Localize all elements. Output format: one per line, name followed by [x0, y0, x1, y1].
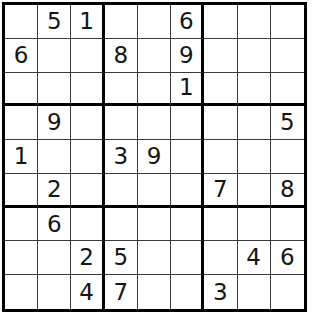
cell-r5c2[interactable] [38, 140, 71, 174]
cell-r3c6[interactable]: 1 [171, 73, 204, 107]
cell-r8c8[interactable]: 4 [238, 241, 271, 275]
cell-r8c2[interactable] [38, 241, 71, 275]
cell-r6c2[interactable]: 2 [38, 174, 71, 208]
cell-r9c6[interactable] [171, 275, 204, 309]
cell-r5c8[interactable] [238, 140, 271, 174]
cell-r8c7[interactable] [204, 241, 237, 275]
cell-r5c4[interactable]: 3 [105, 140, 138, 174]
sudoku-board: 51668919513927862546473 [2, 2, 307, 312]
cell-r2c4[interactable]: 8 [105, 39, 138, 73]
cell-r1c1[interactable] [5, 5, 38, 39]
cell-r4c1[interactable] [5, 106, 38, 140]
cell-r6c7[interactable]: 7 [204, 174, 237, 208]
cell-r3c4[interactable] [105, 73, 138, 107]
cell-r1c3[interactable]: 1 [71, 5, 104, 39]
cell-r2c3[interactable] [71, 39, 104, 73]
cell-r3c1[interactable] [5, 73, 38, 107]
cell-r5c5[interactable]: 9 [138, 140, 171, 174]
cell-r2c9[interactable] [271, 39, 304, 73]
cell-r9c4[interactable]: 7 [105, 275, 138, 309]
cell-r4c2[interactable]: 9 [38, 106, 71, 140]
cell-r3c9[interactable] [271, 73, 304, 107]
cell-r4c9[interactable]: 5 [271, 106, 304, 140]
cell-r9c1[interactable] [5, 275, 38, 309]
cell-r1c9[interactable] [271, 5, 304, 39]
cell-r6c1[interactable] [5, 174, 38, 208]
cell-r1c2[interactable]: 5 [38, 5, 71, 39]
cell-r5c9[interactable] [271, 140, 304, 174]
cell-r2c8[interactable] [238, 39, 271, 73]
cell-r4c8[interactable] [238, 106, 271, 140]
cell-r4c5[interactable] [138, 106, 171, 140]
cell-r6c6[interactable] [171, 174, 204, 208]
cell-r9c8[interactable] [238, 275, 271, 309]
cell-r5c7[interactable] [204, 140, 237, 174]
cell-r7c8[interactable] [238, 208, 271, 242]
cell-r2c5[interactable] [138, 39, 171, 73]
cell-r5c1[interactable]: 1 [5, 140, 38, 174]
cell-r9c9[interactable] [271, 275, 304, 309]
cell-r2c2[interactable] [38, 39, 71, 73]
cell-r2c7[interactable] [204, 39, 237, 73]
cell-r1c8[interactable] [238, 5, 271, 39]
cell-r2c1[interactable]: 6 [5, 39, 38, 73]
cell-r9c5[interactable] [138, 275, 171, 309]
cell-r1c5[interactable] [138, 5, 171, 39]
cell-r2c6[interactable]: 9 [171, 39, 204, 73]
cell-r8c1[interactable] [5, 241, 38, 275]
cell-r6c8[interactable] [238, 174, 271, 208]
cell-r7c5[interactable] [138, 208, 171, 242]
cell-r3c8[interactable] [238, 73, 271, 107]
cell-r5c3[interactable] [71, 140, 104, 174]
cell-r3c7[interactable] [204, 73, 237, 107]
cell-r7c6[interactable] [171, 208, 204, 242]
cell-r4c4[interactable] [105, 106, 138, 140]
cell-r6c4[interactable] [105, 174, 138, 208]
cell-r7c4[interactable] [105, 208, 138, 242]
cell-r6c9[interactable]: 8 [271, 174, 304, 208]
cell-r4c3[interactable] [71, 106, 104, 140]
cell-r6c5[interactable] [138, 174, 171, 208]
cell-r8c5[interactable] [138, 241, 171, 275]
cell-r6c3[interactable] [71, 174, 104, 208]
cell-r4c6[interactable] [171, 106, 204, 140]
cell-r3c2[interactable] [38, 73, 71, 107]
cell-r8c4[interactable]: 5 [105, 241, 138, 275]
cell-r8c3[interactable]: 2 [71, 241, 104, 275]
cell-r7c9[interactable] [271, 208, 304, 242]
cell-r4c7[interactable] [204, 106, 237, 140]
cell-r7c2[interactable]: 6 [38, 208, 71, 242]
cell-r8c9[interactable]: 6 [271, 241, 304, 275]
cell-r7c1[interactable] [5, 208, 38, 242]
cell-r1c4[interactable] [105, 5, 138, 39]
cell-r9c3[interactable]: 4 [71, 275, 104, 309]
cell-r8c6[interactable] [171, 241, 204, 275]
cell-r3c5[interactable] [138, 73, 171, 107]
cell-r3c3[interactable] [71, 73, 104, 107]
cell-r9c2[interactable] [38, 275, 71, 309]
cell-r1c6[interactable]: 6 [171, 5, 204, 39]
cell-r1c7[interactable] [204, 5, 237, 39]
cell-r7c7[interactable] [204, 208, 237, 242]
cell-r7c3[interactable] [71, 208, 104, 242]
cell-r9c7[interactable]: 3 [204, 275, 237, 309]
cell-r5c6[interactable] [171, 140, 204, 174]
